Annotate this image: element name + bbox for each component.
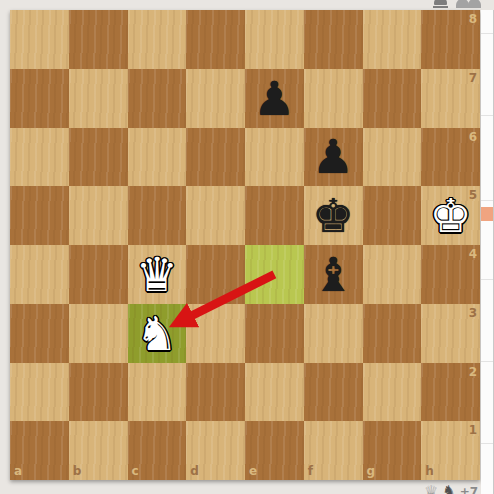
side-panel[interactable] bbox=[481, 10, 494, 494]
square-b1[interactable]: b bbox=[69, 421, 128, 480]
square-h6[interactable]: 6 bbox=[421, 128, 480, 187]
square-g4[interactable] bbox=[363, 245, 422, 304]
file-label-f: f bbox=[308, 465, 313, 477]
square-a7[interactable] bbox=[10, 69, 69, 128]
black-pawn[interactable]: ♟ bbox=[304, 128, 363, 187]
side-panel-highlighted-row[interactable] bbox=[481, 207, 493, 221]
file-label-d: d bbox=[190, 465, 199, 477]
black-knight-icon: ♞ bbox=[442, 484, 455, 494]
toolbar-icons bbox=[433, 0, 482, 8]
square-h7[interactable]: 7 bbox=[421, 69, 480, 128]
square-g2[interactable] bbox=[363, 363, 422, 422]
square-a4[interactable] bbox=[10, 245, 69, 304]
material-bar: ♕ ♞ +7 bbox=[424, 484, 478, 494]
square-b8[interactable] bbox=[69, 10, 128, 69]
square-c4[interactable]: ♛ bbox=[128, 245, 187, 304]
square-e8[interactable] bbox=[245, 10, 304, 69]
square-d8[interactable] bbox=[186, 10, 245, 69]
square-b2[interactable] bbox=[69, 363, 128, 422]
square-b5[interactable] bbox=[69, 186, 128, 245]
square-h2[interactable]: 2 bbox=[421, 363, 480, 422]
square-f5[interactable]: ♚ bbox=[304, 186, 363, 245]
square-a2[interactable] bbox=[10, 363, 69, 422]
square-f3[interactable] bbox=[304, 304, 363, 363]
square-c8[interactable] bbox=[128, 10, 187, 69]
square-g1[interactable]: g bbox=[363, 421, 422, 480]
rank-label-2: 2 bbox=[469, 366, 477, 378]
square-f8[interactable] bbox=[304, 10, 363, 69]
square-b3[interactable] bbox=[69, 304, 128, 363]
square-h3[interactable]: 3 bbox=[421, 304, 480, 363]
square-d1[interactable]: d bbox=[186, 421, 245, 480]
rank-label-8: 8 bbox=[469, 13, 477, 25]
square-c7[interactable] bbox=[128, 69, 187, 128]
square-e7[interactable]: ♟ bbox=[245, 69, 304, 128]
side-panel-row-divider bbox=[481, 361, 493, 362]
square-b7[interactable] bbox=[69, 69, 128, 128]
square-c6[interactable] bbox=[128, 128, 187, 187]
square-g3[interactable] bbox=[363, 304, 422, 363]
white-knight[interactable]: ♞ bbox=[128, 304, 187, 363]
square-d3[interactable] bbox=[186, 304, 245, 363]
square-a3[interactable] bbox=[10, 304, 69, 363]
square-e3[interactable] bbox=[245, 304, 304, 363]
square-e4[interactable] bbox=[245, 245, 304, 304]
square-a6[interactable] bbox=[10, 128, 69, 187]
square-c1[interactable]: c bbox=[128, 421, 187, 480]
square-e5[interactable] bbox=[245, 186, 304, 245]
square-e1[interactable]: e bbox=[245, 421, 304, 480]
square-b6[interactable] bbox=[69, 128, 128, 187]
spectators-icon[interactable] bbox=[456, 0, 482, 8]
square-h4[interactable]: 4 bbox=[421, 245, 480, 304]
white-queen[interactable]: ♛ bbox=[128, 245, 187, 304]
square-a8[interactable] bbox=[10, 10, 69, 69]
square-f7[interactable] bbox=[304, 69, 363, 128]
material-advantage: +7 bbox=[460, 486, 478, 494]
square-f4[interactable]: ♝ bbox=[304, 245, 363, 304]
square-h1[interactable]: h1 bbox=[421, 421, 480, 480]
square-f6[interactable]: ♟ bbox=[304, 128, 363, 187]
square-c3[interactable]: ♞ bbox=[128, 304, 187, 363]
rank-label-5: 5 bbox=[469, 189, 477, 201]
side-panel-row-divider bbox=[481, 279, 493, 280]
file-label-b: b bbox=[73, 465, 82, 477]
chess-board[interactable]: 8♟7♟6♚♚5♛♝4♞32abcdefgh1 bbox=[10, 10, 480, 480]
black-pawn[interactable]: ♟ bbox=[245, 69, 304, 128]
square-c2[interactable] bbox=[128, 363, 187, 422]
player-icon-base bbox=[433, 6, 448, 9]
file-label-c: c bbox=[132, 465, 139, 477]
rank-label-4: 4 bbox=[469, 248, 477, 260]
rank-label-7: 7 bbox=[469, 72, 477, 84]
app-window: 8♟7♟6♚♚5♛♝4♞32abcdefgh1 ♕ ♞ +7 bbox=[0, 0, 494, 494]
file-label-g: g bbox=[367, 465, 376, 477]
square-d7[interactable] bbox=[186, 69, 245, 128]
black-bishop[interactable]: ♝ bbox=[304, 245, 363, 304]
square-e6[interactable] bbox=[245, 128, 304, 187]
side-panel-row-divider bbox=[481, 443, 493, 444]
side-panel-row-divider bbox=[481, 200, 493, 201]
square-a5[interactable] bbox=[10, 186, 69, 245]
square-a1[interactable]: a bbox=[10, 421, 69, 480]
square-c5[interactable] bbox=[128, 186, 187, 245]
file-label-h: h bbox=[425, 465, 434, 477]
square-d6[interactable] bbox=[186, 128, 245, 187]
square-e2[interactable] bbox=[245, 363, 304, 422]
square-h8[interactable]: 8 bbox=[421, 10, 480, 69]
square-d5[interactable] bbox=[186, 186, 245, 245]
side-panel-row-divider bbox=[481, 33, 493, 34]
square-f2[interactable] bbox=[304, 363, 363, 422]
square-d2[interactable] bbox=[186, 363, 245, 422]
black-king[interactable]: ♚ bbox=[304, 186, 363, 245]
square-g5[interactable] bbox=[363, 186, 422, 245]
side-panel-row-divider bbox=[481, 115, 493, 116]
file-label-a: a bbox=[14, 465, 22, 477]
square-b4[interactable] bbox=[69, 245, 128, 304]
rank-label-6: 6 bbox=[469, 131, 477, 143]
square-g7[interactable] bbox=[363, 69, 422, 128]
square-f1[interactable]: f bbox=[304, 421, 363, 480]
square-g6[interactable] bbox=[363, 128, 422, 187]
square-h5[interactable]: ♚5 bbox=[421, 186, 480, 245]
rank-label-1: 1 bbox=[469, 424, 477, 436]
player-icon[interactable] bbox=[433, 0, 448, 8]
square-d4[interactable] bbox=[186, 245, 245, 304]
player-icon-body bbox=[434, 0, 447, 5]
file-label-e: e bbox=[249, 465, 257, 477]
rank-label-3: 3 bbox=[469, 307, 477, 319]
white-queen-icon: ♕ bbox=[424, 484, 438, 494]
square-g8[interactable] bbox=[363, 10, 422, 69]
